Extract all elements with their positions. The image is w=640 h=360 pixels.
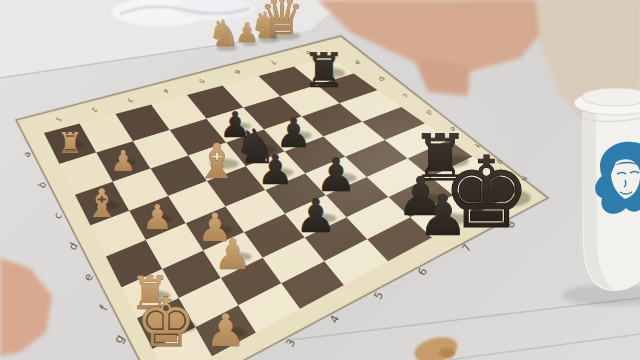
cup-lid-top — [582, 88, 640, 106]
piece-white-pawn-d2[interactable]: ♟ — [142, 197, 173, 237]
coffee-cup[interactable] — [562, 88, 640, 306]
piece-glyph-king: ♚ — [136, 283, 196, 360]
captured-piece-glyph: ♛ — [260, 0, 305, 46]
chess-photo-canvas: abcdefgh1234567812345678abcdefgh♜♟♟♜♞♜♟♝… — [0, 0, 640, 360]
piece-glyph-bishop: ♝ — [195, 133, 238, 189]
piece-white-rook-a1[interactable]: ♜ — [57, 126, 83, 160]
piece-black-rook-a8[interactable]: ♜ — [302, 43, 345, 98]
piece-glyph-rook: ♜ — [57, 126, 83, 160]
piece-glyph-pawn: ♟ — [418, 183, 468, 248]
piece-black-pawn-f5[interactable]: ♟ — [295, 189, 337, 243]
piece-white-bishop-c1[interactable]: ♝ — [84, 181, 119, 226]
piece-glyph-pawn: ♟ — [205, 304, 245, 357]
piece-white-pawn-h2[interactable]: ♟ — [205, 304, 245, 357]
piece-black-pawn-h7[interactable]: ♟ — [418, 183, 468, 248]
piece-white-pawn-f3[interactable]: ♟ — [214, 230, 252, 279]
piece-glyph-pawn: ♟ — [214, 230, 251, 279]
piece-glyph-rook: ♜ — [302, 43, 345, 98]
piece-glyph-pawn: ♟ — [257, 146, 294, 194]
piece-white-bishop-c4[interactable]: ♝ — [195, 133, 238, 189]
captured-white-queen[interactable]: ♛ — [260, 0, 305, 46]
table-seam — [448, 334, 640, 360]
piece-glyph-pawn: ♟ — [295, 189, 336, 243]
piece-glyph-pawn: ♟ — [110, 144, 136, 178]
piece-glyph-bishop: ♝ — [84, 181, 119, 226]
piece-white-king-g1[interactable]: ♚ — [136, 283, 197, 360]
piece-glyph-pawn: ♟ — [142, 197, 173, 237]
coord-number-near: 5 — [372, 289, 387, 301]
player-hand — [0, 258, 52, 356]
coord-number-near: 6 — [416, 266, 431, 278]
piece-black-pawn-d5[interactable]: ♟ — [257, 146, 294, 194]
coord-number-near: 4 — [328, 313, 343, 325]
captured-piece-on-table — [412, 333, 460, 360]
photo-scene: abcdefgh1234567812345678abcdefgh♜♟♟♜♞♜♟♝… — [0, 0, 640, 360]
piece-white-pawn-b2[interactable]: ♟ — [110, 144, 136, 178]
